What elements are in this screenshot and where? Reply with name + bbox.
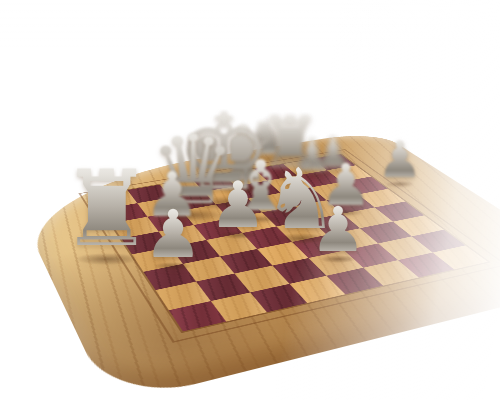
white-pawn-glyph: ♟ — [143, 196, 202, 273]
product-photo-stage: ♜♟♟♛♚♝♟♝♞♜♟♟♞♟♟♟ — [0, 0, 500, 400]
white-pawn[interactable]: ♟ — [209, 173, 266, 237]
white-rook-column-left[interactable]: ♜ — [60, 157, 154, 262]
white-pawn-lone-right-glyph: ♟ — [378, 131, 423, 189]
white-pawn-lone-right[interactable]: ♟ — [378, 135, 423, 185]
white-pawn[interactable]: ♟ — [143, 202, 202, 268]
white-pawn-glyph: ♟ — [209, 168, 266, 242]
white-pawn-front-glyph: ♟ — [310, 193, 366, 266]
white-pawn-front[interactable]: ♟ — [310, 199, 366, 261]
white-rook-column-left-glyph: ♜ — [60, 148, 154, 270]
